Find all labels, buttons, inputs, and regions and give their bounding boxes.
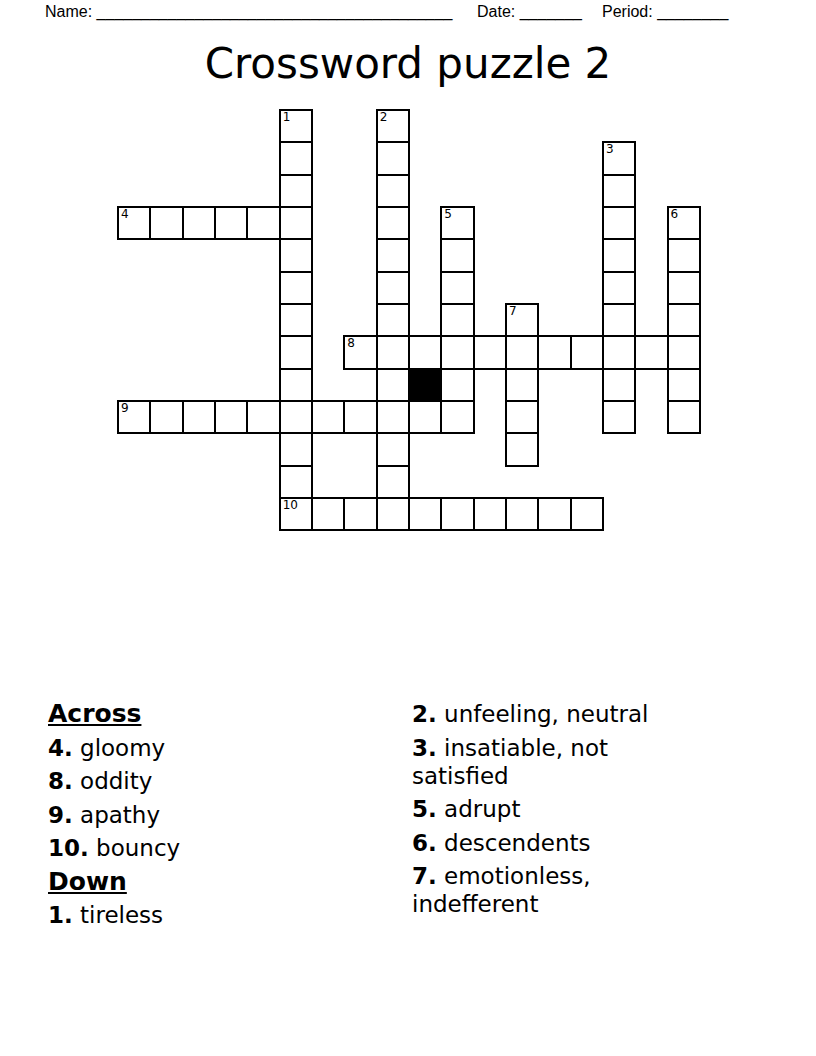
clue-number-label: 7.	[412, 863, 437, 889]
grid-cell[interactable]	[376, 432, 410, 466]
clue-1: 1. tireless	[48, 901, 398, 929]
grid-cell[interactable]	[376, 206, 410, 240]
grid-cell[interactable]	[376, 335, 410, 369]
date-label: Date:	[477, 3, 515, 20]
crossword-grid: 12345678910	[118, 110, 700, 530]
clue-3: 3. insatiable, not satisfied	[412, 734, 712, 790]
clue-5: 5. adrupt	[412, 795, 712, 823]
grid-cell[interactable]	[537, 335, 571, 369]
grid-cell[interactable]	[440, 497, 474, 531]
grid-cell[interactable]	[408, 400, 442, 434]
grid-cell[interactable]	[602, 335, 636, 369]
grid-cell[interactable]	[505, 432, 539, 466]
grid-cell[interactable]	[667, 271, 701, 305]
clue-number: 7	[509, 305, 517, 318]
grid-cell[interactable]	[440, 238, 474, 272]
grid-cell[interactable]	[440, 335, 474, 369]
grid-cell[interactable]: 4	[117, 206, 151, 240]
grid-cell[interactable]	[149, 400, 183, 434]
clues-column-left: Across4. gloomy8. oddity9. apathy10. bou…	[48, 700, 398, 935]
page-title: Crossword puzzle 2	[0, 40, 816, 88]
clue-number: 6	[671, 208, 679, 221]
grid-cell[interactable]	[311, 400, 345, 434]
grid-cell[interactable]: 8	[343, 335, 377, 369]
grid-cell[interactable]	[214, 206, 248, 240]
grid-cell[interactable]	[182, 400, 216, 434]
clue-number-label: 3.	[412, 735, 437, 761]
clue-number: 4	[121, 208, 129, 221]
clue-4: 4. gloomy	[48, 734, 398, 762]
grid-cell[interactable]	[667, 368, 701, 402]
grid-cell[interactable]	[602, 368, 636, 402]
clue-number-label: 10.	[48, 835, 89, 861]
clue-7: 7. emotionless, indefferent	[412, 862, 712, 918]
grid-cell[interactable]	[667, 335, 701, 369]
grid-cell[interactable]	[279, 335, 313, 369]
clue-number: 2	[380, 111, 388, 124]
grid-cell[interactable]: 1	[279, 109, 313, 143]
grid-cell[interactable]	[376, 400, 410, 434]
grid-cell[interactable]	[376, 174, 410, 208]
clue-number: 10	[283, 499, 298, 512]
grid-cell[interactable]	[602, 174, 636, 208]
grid-cell[interactable]	[505, 497, 539, 531]
grid-cell[interactable]	[376, 238, 410, 272]
clue-number: 9	[121, 402, 129, 415]
clue-number-label: 9.	[48, 802, 73, 828]
clues-heading-down: Down	[48, 868, 398, 896]
grid-cell[interactable]	[440, 368, 474, 402]
grid-cell[interactable]	[570, 497, 604, 531]
grid-cell[interactable]	[376, 303, 410, 337]
grid-cell[interactable]	[214, 400, 248, 434]
name-blank-line: ________________________________________	[97, 3, 453, 20]
clue-number-label: 4.	[48, 735, 73, 761]
grid-cell[interactable]	[279, 206, 313, 240]
clue-number-label: 8.	[48, 768, 73, 794]
grid-cell[interactable]: 2	[376, 109, 410, 143]
grid-cell[interactable]	[343, 400, 377, 434]
grid-cell[interactable]	[279, 400, 313, 434]
grid-cell[interactable]	[634, 335, 668, 369]
grid-cell[interactable]	[440, 400, 474, 434]
grid-cell[interactable]	[279, 238, 313, 272]
clue-number-label: 2.	[412, 701, 437, 727]
grid-cell[interactable]	[440, 271, 474, 305]
grid-cell[interactable]	[246, 206, 280, 240]
name-label: Name:	[45, 3, 92, 20]
grid-cell[interactable]	[408, 497, 442, 531]
grid-cell[interactable]	[440, 303, 474, 337]
clues-heading-across: Across	[48, 700, 398, 728]
grid-cell[interactable]	[473, 335, 507, 369]
grid-cell[interactable]	[279, 465, 313, 499]
grid-cell[interactable]	[311, 497, 345, 531]
grid-cell[interactable]	[279, 174, 313, 208]
clue-number-label: 5.	[412, 796, 437, 822]
black-cell	[408, 368, 442, 402]
grid-cell[interactable]	[279, 271, 313, 305]
grid-cell[interactable]	[376, 465, 410, 499]
grid-cell[interactable]	[376, 271, 410, 305]
period-label: Period:	[602, 3, 653, 20]
grid-cell[interactable]	[343, 497, 377, 531]
grid-cell[interactable]	[279, 368, 313, 402]
grid-cell[interactable]	[376, 497, 410, 531]
name-field: Name: __________________________________…	[45, 2, 453, 22]
grid-cell[interactable]: 10	[279, 497, 313, 531]
date-field: Date: _______	[477, 2, 582, 22]
clue-6: 6. descendents	[412, 829, 712, 857]
grid-cell[interactable]	[505, 368, 539, 402]
grid-cell[interactable]	[279, 432, 313, 466]
date-blank-line: _______	[520, 3, 582, 20]
clue-number: 5	[444, 208, 452, 221]
clue-number-label: 1.	[48, 902, 73, 928]
grid-cell[interactable]: 3	[602, 141, 636, 175]
grid-cell[interactable]	[602, 303, 636, 337]
grid-cell[interactable]	[570, 335, 604, 369]
grid-cell[interactable]	[667, 238, 701, 272]
grid-cell[interactable]	[602, 206, 636, 240]
grid-cell[interactable]	[602, 238, 636, 272]
grid-cell[interactable]	[182, 206, 216, 240]
clues-column-right: 2. unfeeling, neutral3. insatiable, not …	[412, 700, 712, 924]
grid-cell[interactable]	[376, 141, 410, 175]
grid-cell[interactable]	[279, 141, 313, 175]
grid-cell[interactable]	[602, 400, 636, 434]
clue-number: 1	[283, 111, 291, 124]
grid-cell[interactable]	[505, 400, 539, 434]
clue-8: 8. oddity	[48, 767, 398, 795]
grid-cell[interactable]	[279, 303, 313, 337]
grid-cell[interactable]	[149, 206, 183, 240]
clue-10: 10. bouncy	[48, 834, 398, 862]
grid-cell[interactable]	[246, 400, 280, 434]
grid-cell[interactable]: 9	[117, 400, 151, 434]
grid-cell[interactable]	[602, 271, 636, 305]
period-blank-line: ________	[657, 3, 728, 20]
grid-cell[interactable]	[376, 368, 410, 402]
grid-cell[interactable]	[473, 497, 507, 531]
grid-cell[interactable]: 5	[440, 206, 474, 240]
grid-cell[interactable]: 7	[505, 303, 539, 337]
clue-number: 3	[606, 143, 614, 156]
clue-number-label: 6.	[412, 830, 437, 856]
grid-cell[interactable]: 6	[667, 206, 701, 240]
clue-number: 8	[347, 337, 355, 350]
grid-cell[interactable]	[505, 335, 539, 369]
period-field: Period: ________	[602, 2, 728, 22]
grid-cell[interactable]	[667, 400, 701, 434]
grid-cell[interactable]	[537, 497, 571, 531]
clue-2: 2. unfeeling, neutral	[412, 700, 712, 728]
clue-9: 9. apathy	[48, 801, 398, 829]
grid-cell[interactable]	[408, 335, 442, 369]
grid-cell[interactable]	[667, 303, 701, 337]
